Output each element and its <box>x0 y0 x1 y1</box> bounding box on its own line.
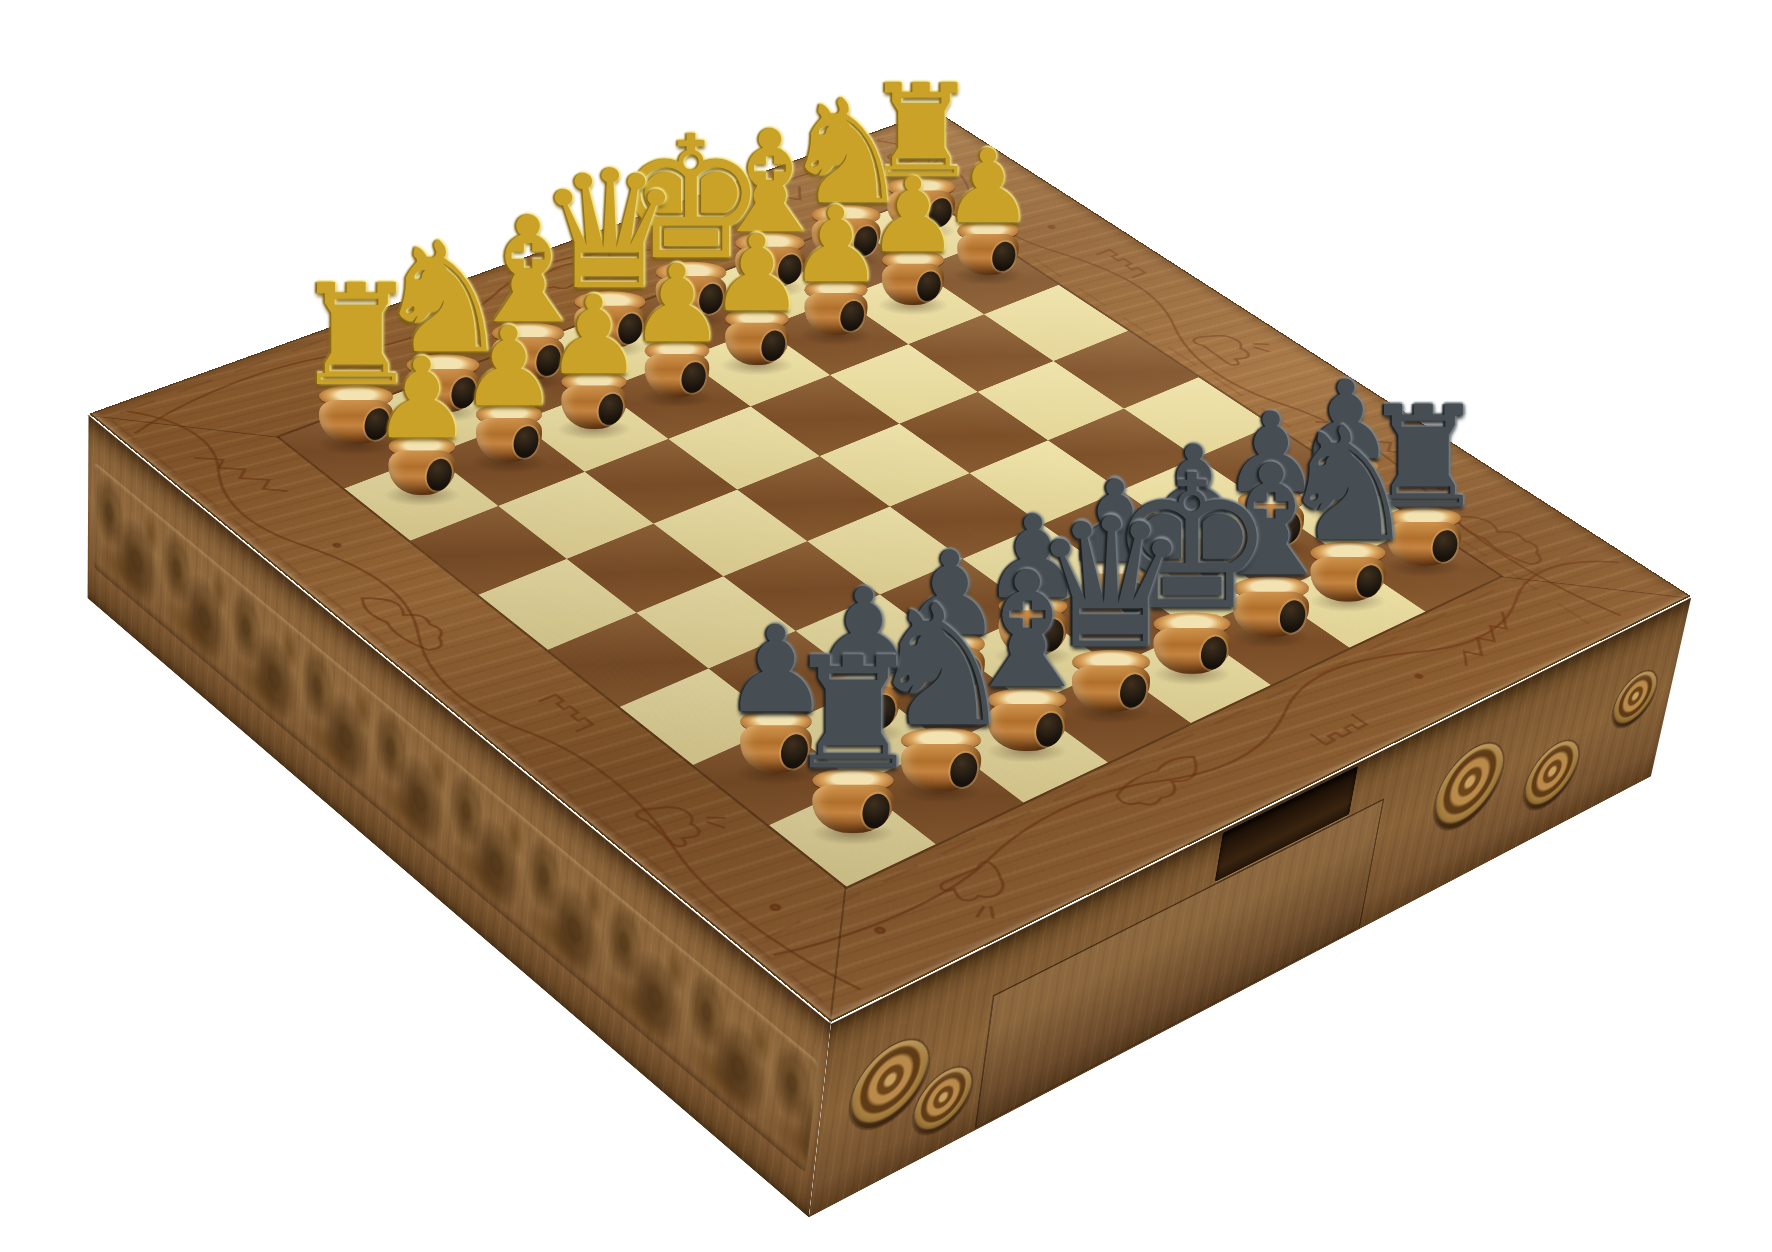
chess-box-top <box>89 110 1691 1022</box>
camera-roll-wrapper <box>0 0 1772 1252</box>
product-photo-scene: ♜♞♝♛♚♝♞♜♟♟♟♟♟♟♟♟♟♟♟♟♟♟♟♟♜♞♝♛♚♝♞♜ <box>0 0 1772 1252</box>
perspective-wrapper <box>0 0 1772 1227</box>
